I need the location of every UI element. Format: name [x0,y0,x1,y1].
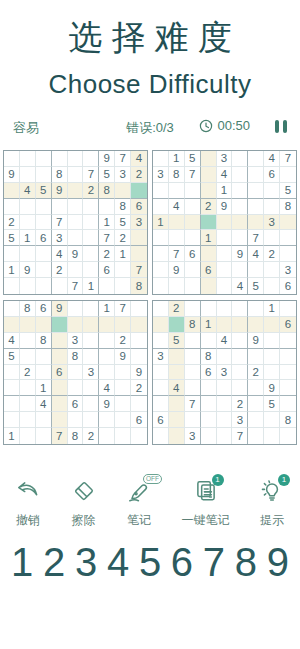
cell-b2-r2-c8[interactable]: 6 [264,167,280,183]
cell-b2-r1-c7[interactable] [248,151,264,167]
cell-b1-r4-c8[interactable]: 8 [115,199,131,215]
cell-b3-r5-c5[interactable] [68,365,84,381]
cell-b3-r4-c1[interactable]: 5 [4,349,20,365]
cell-b4-r6-c2[interactable]: 4 [169,380,185,396]
cell-b2-r8-c7[interactable] [248,262,264,278]
cell-b1-r8-c1[interactable]: 1 [4,262,20,278]
cell-b1-r9-c6[interactable]: 1 [83,278,99,294]
cell-b2-r7-c7[interactable]: 4 [248,246,264,262]
cell-b2-r7-c3[interactable]: 6 [185,246,201,262]
cell-b3-r5-c4[interactable]: 6 [52,365,68,381]
cell-b2-r6-c2[interactable] [169,230,185,246]
cell-b2-r9-c1[interactable] [153,278,169,294]
cell-b4-r9-c5[interactable] [217,428,233,444]
cell-b3-r9-c1[interactable]: 1 [4,428,20,444]
cell-b3-r7-c2[interactable] [20,396,36,412]
cell-b2-r4-c1[interactable] [153,199,169,215]
cell-b4-r7-c9[interactable] [280,396,296,412]
cell-b4-r1-c4[interactable] [201,301,217,317]
cell-b2-r1-c4[interactable] [201,151,217,167]
cell-b4-r3-c6[interactable] [232,333,248,349]
cell-b1-r5-c4[interactable]: 7 [52,215,68,231]
cell-b1-r1-c5[interactable] [68,151,84,167]
cell-b3-r8-c1[interactable] [4,412,20,428]
num-key-7[interactable]: 7 [203,542,225,582]
cell-b4-r4-c7[interactable] [248,349,264,365]
cell-b4-r5-c5[interactable]: 3 [217,365,233,381]
cell-b1-r3-c6[interactable]: 2 [83,183,99,199]
cell-b4-r4-c8[interactable] [264,349,280,365]
cell-b3-r7-c1[interactable] [4,396,20,412]
num-key-6[interactable]: 6 [171,542,193,582]
cell-b4-r9-c2[interactable] [169,428,185,444]
cell-b1-r3-c9[interactable] [131,183,147,199]
cell-b1-r8-c4[interactable]: 2 [52,262,68,278]
cell-b2-r6-c9[interactable] [280,230,296,246]
cell-b2-r3-c5[interactable]: 1 [217,183,233,199]
cell-b1-r5-c1[interactable]: 2 [4,215,20,231]
cell-b2-r9-c3[interactable] [185,278,201,294]
cell-b4-r1-c5[interactable] [217,301,233,317]
cell-b3-r1-c8[interactable]: 7 [115,301,131,317]
cell-b3-r3-c7[interactable] [99,333,115,349]
cell-b1-r2-c2[interactable] [20,167,36,183]
cell-b3-r3-c6[interactable] [83,333,99,349]
cell-b1-r5-c5[interactable] [68,215,84,231]
cell-b1-r8-c7[interactable]: 6 [99,262,115,278]
num-key-8[interactable]: 8 [235,542,257,582]
cell-b1-r6-c3[interactable]: 6 [36,230,52,246]
cell-b1-r7-c9[interactable] [131,246,147,262]
cell-b3-r6-c5[interactable] [68,380,84,396]
cell-b2-r1-c3[interactable]: 5 [185,151,201,167]
cell-b1-r8-c9[interactable]: 7 [131,262,147,278]
cell-b4-r9-c6[interactable]: 7 [232,428,248,444]
cell-b1-r4-c2[interactable] [20,199,36,215]
cell-b2-r6-c4[interactable]: 1 [201,230,217,246]
cell-b1-r4-c4[interactable] [52,199,68,215]
auto-notes-button[interactable]: 1 一键笔记 [182,478,230,529]
cell-b1-r3-c5[interactable] [68,183,84,199]
cell-b2-r7-c8[interactable]: 2 [264,246,280,262]
cell-b4-r8-c3[interactable] [185,412,201,428]
cell-b3-r1-c1[interactable] [4,301,20,317]
cell-b2-r6-c6[interactable] [232,230,248,246]
cell-b1-r2-c5[interactable] [68,167,84,183]
cell-b4-r2-c7[interactable] [248,317,264,333]
cell-b3-r6-c6[interactable] [83,380,99,396]
cell-b4-r2-c8[interactable] [264,317,280,333]
cell-b2-r1-c2[interactable]: 1 [169,151,185,167]
cell-b4-r2-c5[interactable] [217,317,233,333]
cell-b4-r9-c3[interactable]: 3 [185,428,201,444]
cell-b1-r9-c8[interactable] [115,278,131,294]
cell-b4-r1-c9[interactable] [280,301,296,317]
cell-b3-r7-c5[interactable]: 6 [68,396,84,412]
cell-b4-r1-c1[interactable] [153,301,169,317]
cell-b3-r1-c3[interactable]: 6 [36,301,52,317]
cell-b2-r3-c3[interactable] [185,183,201,199]
cell-b1-r7-c8[interactable]: 1 [115,246,131,262]
cell-b4-r8-c4[interactable] [201,412,217,428]
pause-button[interactable] [275,120,287,133]
cell-b3-r7-c6[interactable] [83,396,99,412]
cell-b4-r5-c6[interactable] [232,365,248,381]
cell-b3-r7-c8[interactable] [115,396,131,412]
cell-b3-r8-c3[interactable] [36,412,52,428]
cell-b2-r5-c7[interactable] [248,215,264,231]
cell-b1-r3-c7[interactable]: 8 [99,183,115,199]
cell-b2-r4-c4[interactable]: 2 [201,199,217,215]
cell-b4-r4-c9[interactable] [280,349,296,365]
cell-b3-r6-c1[interactable] [4,380,20,396]
cell-b2-r5-c2[interactable] [169,215,185,231]
undo-button[interactable]: 撤销 [15,478,41,529]
cell-b4-r8-c8[interactable] [264,412,280,428]
cell-b2-r5-c6[interactable] [232,215,248,231]
cell-b2-r6-c7[interactable]: 7 [248,230,264,246]
cell-b1-r5-c2[interactable] [20,215,36,231]
cell-b1-r1-c1[interactable] [4,151,20,167]
cell-b3-r2-c3[interactable] [36,317,52,333]
cell-b3-r2-c9[interactable] [131,317,147,333]
cell-b4-r4-c3[interactable] [185,349,201,365]
cell-b1-r3-c1[interactable] [4,183,20,199]
cell-b1-r9-c7[interactable] [99,278,115,294]
cell-b1-r1-c4[interactable] [52,151,68,167]
cell-b3-r2-c5[interactable] [68,317,84,333]
cell-b1-r5-c9[interactable]: 3 [131,215,147,231]
cell-b4-r6-c8[interactable]: 9 [264,380,280,396]
cell-b2-r7-c4[interactable] [201,246,217,262]
cell-b2-r2-c6[interactable] [232,167,248,183]
cell-b3-r2-c6[interactable] [83,317,99,333]
cell-b4-r6-c5[interactable] [217,380,233,396]
cell-b4-r7-c3[interactable]: 7 [185,396,201,412]
cell-b3-r7-c7[interactable]: 9 [99,396,115,412]
cell-b2-r8-c9[interactable]: 3 [280,262,296,278]
cell-b4-r5-c9[interactable] [280,365,296,381]
cell-b1-r2-c7[interactable]: 5 [99,167,115,183]
cell-b2-r2-c5[interactable]: 4 [217,167,233,183]
cell-b2-r7-c1[interactable] [153,246,169,262]
cell-b4-r7-c4[interactable] [201,396,217,412]
cell-b4-r5-c1[interactable] [153,365,169,381]
cell-b2-r6-c5[interactable] [217,230,233,246]
cell-b1-r3-c8[interactable] [115,183,131,199]
cell-b3-r9-c6[interactable]: 2 [83,428,99,444]
cell-b4-r3-c1[interactable] [153,333,169,349]
cell-b3-r5-c1[interactable] [4,365,20,381]
cell-b1-r9-c2[interactable] [20,278,36,294]
cell-b2-r9-c6[interactable]: 4 [232,278,248,294]
cell-b2-r6-c1[interactable] [153,230,169,246]
cell-b2-r4-c8[interactable] [264,199,280,215]
cell-b2-r4-c9[interactable]: 8 [280,199,296,215]
cell-b4-r1-c3[interactable] [185,301,201,317]
cell-b2-r1-c8[interactable]: 4 [264,151,280,167]
cell-b3-r6-c7[interactable]: 4 [99,380,115,396]
cell-b2-r3-c4[interactable] [201,183,217,199]
cell-b2-r1-c1[interactable] [153,151,169,167]
cell-b4-r7-c6[interactable]: 2 [232,396,248,412]
cell-b1-r1-c9[interactable]: 4 [131,151,147,167]
cell-b1-r8-c3[interactable] [36,262,52,278]
cell-b4-r5-c2[interactable] [169,365,185,381]
cell-b1-r1-c6[interactable] [83,151,99,167]
num-key-5[interactable]: 5 [139,542,161,582]
cell-b4-r6-c7[interactable] [248,380,264,396]
cell-b1-r6-c5[interactable] [68,230,84,246]
cell-b1-r5-c6[interactable] [83,215,99,231]
cell-b3-r2-c8[interactable] [115,317,131,333]
cell-b4-r7-c2[interactable] [169,396,185,412]
cell-b4-r8-c5[interactable] [217,412,233,428]
cell-b1-r3-c4[interactable]: 9 [52,183,68,199]
cell-b3-r9-c2[interactable] [20,428,36,444]
cell-b1-r9-c1[interactable] [4,278,20,294]
cell-b1-r2-c9[interactable]: 2 [131,167,147,183]
cell-b3-r4-c8[interactable]: 9 [115,349,131,365]
cell-b1-r5-c3[interactable] [36,215,52,231]
cell-b4-r6-c3[interactable] [185,380,201,396]
cell-b3-r3-c3[interactable]: 8 [36,333,52,349]
cell-b2-r5-c1[interactable]: 1 [153,215,169,231]
cell-b2-r4-c6[interactable] [232,199,248,215]
cell-b3-r6-c9[interactable]: 2 [131,380,147,396]
cell-b4-r5-c3[interactable] [185,365,201,381]
cell-b4-r8-c7[interactable] [248,412,264,428]
cell-b1-r7-c4[interactable]: 4 [52,246,68,262]
cell-b1-r7-c3[interactable] [36,246,52,262]
cell-b2-r6-c8[interactable] [264,230,280,246]
cell-b1-r2-c8[interactable]: 3 [115,167,131,183]
cell-b4-r9-c1[interactable] [153,428,169,444]
erase-button[interactable]: 擦除 [71,478,97,529]
cell-b2-r2-c7[interactable] [248,167,264,183]
cell-b1-r3-c3[interactable]: 5 [36,183,52,199]
cell-b1-r2-c6[interactable]: 7 [83,167,99,183]
hint-button[interactable]: 1 提示 [259,478,285,529]
cell-b4-r5-c8[interactable] [264,365,280,381]
num-key-1[interactable]: 1 [11,542,33,582]
cell-b2-r3-c1[interactable] [153,183,169,199]
cell-b4-r2-c6[interactable] [232,317,248,333]
cell-b3-r1-c6[interactable] [83,301,99,317]
cell-b4-r2-c9[interactable]: 6 [280,317,296,333]
cell-b4-r4-c2[interactable] [169,349,185,365]
cell-b3-r9-c3[interactable] [36,428,52,444]
cell-b4-r2-c1[interactable] [153,317,169,333]
cell-b1-r1-c2[interactable] [20,151,36,167]
cell-b1-r4-c9[interactable]: 6 [131,199,147,215]
cell-b1-r2-c4[interactable]: 8 [52,167,68,183]
cell-b1-r3-c2[interactable]: 4 [20,183,36,199]
cell-b3-r7-c4[interactable] [52,396,68,412]
cell-b2-r2-c9[interactable] [280,167,296,183]
cell-b4-r9-c4[interactable] [201,428,217,444]
cell-b2-r5-c3[interactable] [185,215,201,231]
cell-b2-r4-c5[interactable]: 9 [217,199,233,215]
cell-b3-r4-c7[interactable] [99,349,115,365]
cell-b1-r9-c4[interactable] [52,278,68,294]
num-key-4[interactable]: 4 [107,542,129,582]
cell-b4-r1-c2[interactable]: 2 [169,301,185,317]
cell-b3-r9-c8[interactable] [115,428,131,444]
cell-b4-r2-c4[interactable]: 1 [201,317,217,333]
cell-b4-r3-c5[interactable]: 4 [217,333,233,349]
cell-b4-r5-c4[interactable]: 6 [201,365,217,381]
cell-b4-r1-c7[interactable] [248,301,264,317]
cell-b3-r2-c1[interactable] [4,317,20,333]
cell-b3-r8-c7[interactable] [99,412,115,428]
cell-b1-r5-c8[interactable]: 5 [115,215,131,231]
cell-b3-r4-c4[interactable] [52,349,68,365]
cell-b4-r3-c7[interactable]: 9 [248,333,264,349]
cell-b2-r9-c7[interactable]: 5 [248,278,264,294]
cell-b2-r2-c1[interactable]: 3 [153,167,169,183]
cell-b2-r8-c6[interactable] [232,262,248,278]
cell-b4-r8-c2[interactable] [169,412,185,428]
cell-b4-r7-c8[interactable]: 5 [264,396,280,412]
cell-b2-r3-c7[interactable] [248,183,264,199]
num-key-2[interactable]: 2 [43,542,65,582]
cell-b3-r2-c4[interactable] [52,317,68,333]
cell-b4-r7-c7[interactable] [248,396,264,412]
cell-b1-r8-c5[interactable] [68,262,84,278]
cell-b3-r8-c4[interactable] [52,412,68,428]
cell-b2-r8-c1[interactable] [153,262,169,278]
cell-b2-r3-c2[interactable] [169,183,185,199]
cell-b4-r1-c8[interactable]: 1 [264,301,280,317]
cell-b3-r4-c6[interactable] [83,349,99,365]
cell-b3-r8-c6[interactable] [83,412,99,428]
cell-b2-r2-c3[interactable]: 7 [185,167,201,183]
cell-b1-r8-c6[interactable] [83,262,99,278]
cell-b2-r2-c2[interactable]: 8 [169,167,185,183]
cell-b3-r3-c9[interactable] [131,333,147,349]
cell-b4-r9-c8[interactable] [264,428,280,444]
cell-b3-r5-c8[interactable] [115,365,131,381]
cell-b4-r3-c3[interactable] [185,333,201,349]
cell-b2-r7-c6[interactable]: 9 [232,246,248,262]
cell-b1-r7-c7[interactable]: 2 [99,246,115,262]
cell-b4-r4-c4[interactable]: 8 [201,349,217,365]
cell-b1-r5-c7[interactable]: 1 [99,215,115,231]
cell-b3-r7-c9[interactable] [131,396,147,412]
cell-b3-r9-c9[interactable] [131,428,147,444]
cell-b3-r9-c5[interactable]: 8 [68,428,84,444]
cell-b2-r4-c3[interactable] [185,199,201,215]
cell-b4-r4-c1[interactable]: 3 [153,349,169,365]
cell-b2-r6-c3[interactable] [185,230,201,246]
cell-b3-r8-c8[interactable] [115,412,131,428]
cell-b4-r9-c7[interactable] [248,428,264,444]
cell-b2-r4-c2[interactable]: 4 [169,199,185,215]
cell-b3-r3-c5[interactable]: 3 [68,333,84,349]
cell-b4-r2-c3[interactable]: 8 [185,317,201,333]
cell-b1-r6-c1[interactable]: 5 [4,230,20,246]
cell-b2-r9-c9[interactable]: 6 [280,278,296,294]
cell-b1-r7-c5[interactable]: 9 [68,246,84,262]
cell-b1-r2-c3[interactable] [36,167,52,183]
cell-b1-r6-c8[interactable]: 2 [115,230,131,246]
cell-b3-r8-c2[interactable] [20,412,36,428]
cell-b4-r6-c1[interactable] [153,380,169,396]
cell-b1-r9-c5[interactable]: 7 [68,278,84,294]
cell-b4-r6-c6[interactable] [232,380,248,396]
cell-b2-r8-c3[interactable] [185,262,201,278]
cell-b4-r3-c9[interactable] [280,333,296,349]
cell-b2-r1-c6[interactable] [232,151,248,167]
cell-b1-r7-c1[interactable] [4,246,20,262]
cell-b4-r9-c9[interactable] [280,428,296,444]
cell-b1-r9-c3[interactable] [36,278,52,294]
cell-b2-r1-c9[interactable]: 7 [280,151,296,167]
cell-b4-r7-c5[interactable] [217,396,233,412]
cell-b3-r6-c2[interactable] [20,380,36,396]
cell-b1-r4-c3[interactable] [36,199,52,215]
cell-b2-r9-c8[interactable] [264,278,280,294]
cell-b4-r4-c6[interactable] [232,349,248,365]
cell-b1-r6-c9[interactable] [131,230,147,246]
cell-b2-r5-c5[interactable] [217,215,233,231]
cell-b1-r4-c7[interactable] [99,199,115,215]
cell-b3-r2-c7[interactable] [99,317,115,333]
cell-b3-r3-c1[interactable]: 4 [4,333,20,349]
cell-b3-r1-c2[interactable]: 8 [20,301,36,317]
cell-b3-r3-c8[interactable]: 2 [115,333,131,349]
cell-b1-r6-c6[interactable] [83,230,99,246]
cell-b2-r7-c2[interactable]: 7 [169,246,185,262]
cell-b4-r6-c4[interactable] [201,380,217,396]
cell-b1-r6-c2[interactable]: 1 [20,230,36,246]
cell-b4-r3-c8[interactable] [264,333,280,349]
cell-b1-r4-c6[interactable] [83,199,99,215]
cell-b1-r9-c9[interactable]: 8 [131,278,147,294]
cell-b4-r8-c9[interactable]: 8 [280,412,296,428]
cell-b1-r8-c8[interactable] [115,262,131,278]
cell-b1-r6-c4[interactable]: 3 [52,230,68,246]
cell-b4-r5-c7[interactable]: 2 [248,365,264,381]
cell-b3-r4-c2[interactable] [20,349,36,365]
cell-b2-r3-c6[interactable] [232,183,248,199]
cell-b3-r5-c9[interactable]: 9 [131,365,147,381]
cell-b3-r1-c7[interactable]: 1 [99,301,115,317]
cell-b2-r8-c4[interactable]: 6 [201,262,217,278]
cell-b4-r8-c1[interactable]: 6 [153,412,169,428]
cell-b2-r8-c2[interactable]: 9 [169,262,185,278]
cell-b3-r3-c4[interactable] [52,333,68,349]
cell-b3-r4-c9[interactable] [131,349,147,365]
num-key-9[interactable]: 9 [267,542,289,582]
cell-b2-r7-c5[interactable] [217,246,233,262]
cell-b2-r5-c9[interactable] [280,215,296,231]
cell-b2-r7-c9[interactable] [280,246,296,262]
cell-b4-r1-c6[interactable] [232,301,248,317]
cell-b1-r1-c8[interactable]: 7 [115,151,131,167]
cell-b3-r6-c8[interactable] [115,380,131,396]
cell-b4-r6-c9[interactable] [280,380,296,396]
cell-b1-r4-c1[interactable] [4,199,20,215]
cell-b2-r9-c4[interactable] [201,278,217,294]
cell-b3-r8-c9[interactable]: 6 [131,412,147,428]
cell-b1-r4-c5[interactable] [68,199,84,215]
cell-b3-r9-c4[interactable]: 7 [52,428,68,444]
cell-b3-r5-c2[interactable]: 2 [20,365,36,381]
cell-b3-r5-c3[interactable] [36,365,52,381]
cell-b2-r9-c5[interactable] [217,278,233,294]
